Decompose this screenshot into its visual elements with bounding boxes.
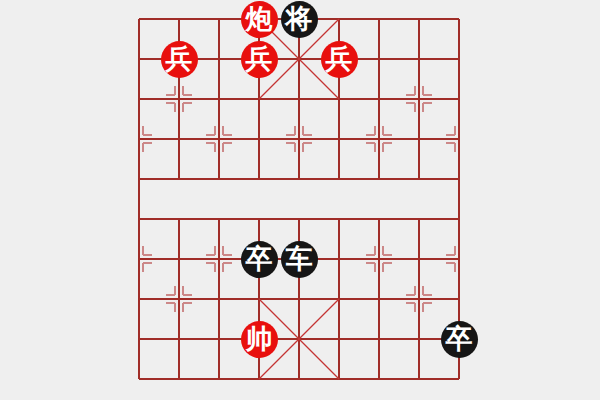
piece-red-soldier-3[interactable]: 兵 bbox=[321, 41, 358, 78]
xiangqi-screenshot: 炮将兵兵兵卒车帅卒 bbox=[0, 0, 600, 400]
piece-black-general[interactable]: 将 bbox=[281, 1, 318, 38]
piece-red-soldier-2[interactable]: 兵 bbox=[241, 41, 278, 78]
piece-red-soldier-1[interactable]: 兵 bbox=[161, 41, 198, 78]
piece-red-general[interactable]: 帅 bbox=[241, 321, 278, 358]
piece-black-chariot[interactable]: 车 bbox=[281, 241, 318, 278]
pieces-grid: 炮将兵兵兵卒车帅卒 bbox=[119, 0, 479, 399]
piece-black-soldier-2[interactable]: 卒 bbox=[441, 321, 478, 358]
piece-black-soldier-1[interactable]: 卒 bbox=[241, 241, 278, 278]
piece-red-cannon[interactable]: 炮 bbox=[241, 1, 278, 38]
